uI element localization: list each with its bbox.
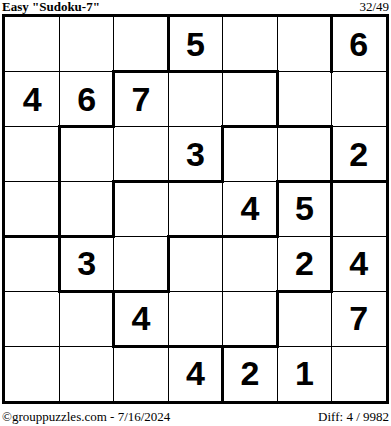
cell-r2c3: 7	[114, 72, 168, 127]
cell-r4c2[interactable]	[59, 182, 113, 237]
cell-r7c4: 4	[168, 346, 222, 401]
cell-r1c3[interactable]	[114, 17, 168, 72]
cell-r2c4[interactable]	[168, 72, 222, 127]
cell-r1c5[interactable]	[223, 17, 277, 72]
cell-r7c6: 1	[277, 346, 331, 401]
cell-r5c6: 2	[277, 236, 331, 291]
cell-r2c2: 6	[59, 72, 113, 127]
page-header: Easy "Sudoku-7" 32/49	[2, 0, 389, 14]
cell-r6c3: 4	[114, 291, 168, 346]
cell-r2c7[interactable]	[332, 72, 386, 127]
cell-r1c6[interactable]	[277, 17, 331, 72]
cell-r4c3[interactable]	[114, 182, 168, 237]
cells: 56467324532447421	[5, 17, 386, 401]
cell-r1c2[interactable]	[59, 17, 113, 72]
cell-r5c7: 4	[332, 236, 386, 291]
cell-r6c2[interactable]	[59, 291, 113, 346]
cell-r3c3[interactable]	[114, 127, 168, 182]
cell-r7c3[interactable]	[114, 346, 168, 401]
puzzle-page: Easy "Sudoku-7" 32/49 56467324532447421 …	[0, 0, 391, 426]
cell-r7c5: 2	[223, 346, 277, 401]
cell-r4c1[interactable]	[5, 182, 59, 237]
cell-r1c1[interactable]	[5, 17, 59, 72]
cell-r6c6[interactable]	[277, 291, 331, 346]
cell-r7c1[interactable]	[5, 346, 59, 401]
copyright-text: ©grouppuzzles.com - 7/16/2024	[2, 409, 170, 424]
cell-r3c2[interactable]	[59, 127, 113, 182]
cell-r3c5[interactable]	[223, 127, 277, 182]
cell-r4c5: 4	[223, 182, 277, 237]
cell-r2c5[interactable]	[223, 72, 277, 127]
puzzle-counter: 32/49	[359, 0, 389, 14]
cell-r1c4: 5	[168, 17, 222, 72]
page-title: Easy "Sudoku-7"	[2, 0, 100, 14]
cell-r5c5[interactable]	[223, 236, 277, 291]
cell-r7c2[interactable]	[59, 346, 113, 401]
cell-r5c4[interactable]	[168, 236, 222, 291]
cell-r4c4[interactable]	[168, 182, 222, 237]
cell-r2c6[interactable]	[277, 72, 331, 127]
cell-r5c2: 3	[59, 236, 113, 291]
cell-r1c7: 6	[332, 17, 386, 72]
cell-r3c6[interactable]	[277, 127, 331, 182]
cell-r5c1[interactable]	[5, 236, 59, 291]
cell-r6c1[interactable]	[5, 291, 59, 346]
cell-r2c1: 4	[5, 72, 59, 127]
cell-r4c7[interactable]	[332, 182, 386, 237]
sudoku-board: 56467324532447421	[2, 14, 389, 404]
cell-r3c1[interactable]	[5, 127, 59, 182]
page-footer: ©grouppuzzles.com - 7/16/2024 Diff: 4 / …	[2, 408, 389, 424]
cell-r4c6: 5	[277, 182, 331, 237]
cell-r3c7: 2	[332, 127, 386, 182]
cell-r3c4: 3	[168, 127, 222, 182]
cell-r7c7[interactable]	[332, 346, 386, 401]
cell-r6c4[interactable]	[168, 291, 222, 346]
difficulty-text: Diff: 4 / 9982	[318, 409, 389, 424]
cell-r6c5[interactable]	[223, 291, 277, 346]
cell-r6c7: 7	[332, 291, 386, 346]
cell-r5c3[interactable]	[114, 236, 168, 291]
